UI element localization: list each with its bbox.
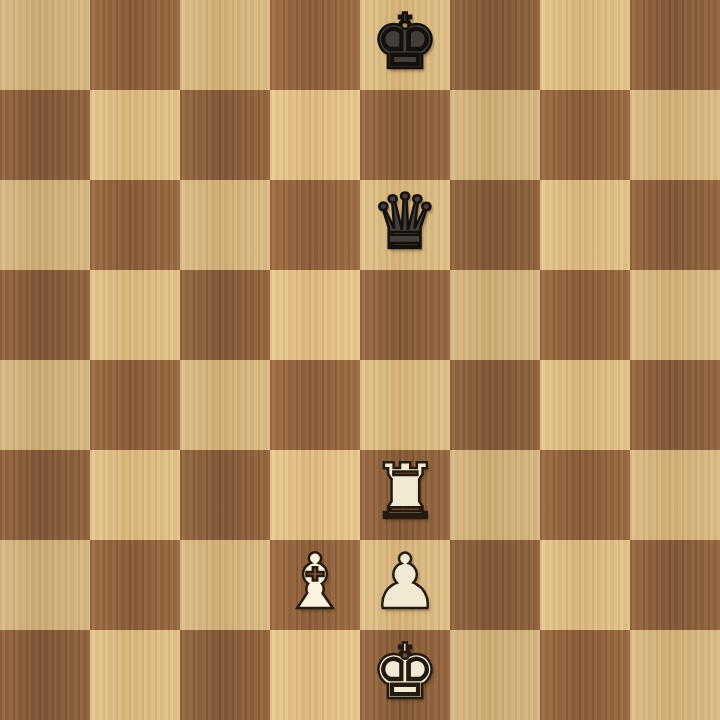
square-c8[interactable] <box>180 0 270 90</box>
square-f5[interactable] <box>450 270 540 360</box>
square-c2[interactable] <box>180 540 270 630</box>
square-g2[interactable] <box>540 540 630 630</box>
chess-board: ♚♛♜♝♟♚ <box>0 0 720 720</box>
square-g8[interactable] <box>540 0 630 90</box>
square-h1[interactable] <box>630 630 720 720</box>
square-b1[interactable] <box>90 630 180 720</box>
square-f2[interactable] <box>450 540 540 630</box>
square-d7[interactable] <box>270 90 360 180</box>
square-a8[interactable] <box>0 0 90 90</box>
square-d4[interactable] <box>270 360 360 450</box>
square-f6[interactable] <box>450 180 540 270</box>
square-c4[interactable] <box>180 360 270 450</box>
square-b4[interactable] <box>90 360 180 450</box>
square-a3[interactable] <box>0 450 90 540</box>
square-b5[interactable] <box>90 270 180 360</box>
square-d2[interactable]: ♝ <box>270 540 360 630</box>
black-queen[interactable]: ♛ <box>371 180 439 267</box>
square-e2[interactable]: ♟ <box>360 540 450 630</box>
square-g5[interactable] <box>540 270 630 360</box>
square-h6[interactable] <box>630 180 720 270</box>
square-e8[interactable]: ♚ <box>360 0 450 90</box>
square-b6[interactable] <box>90 180 180 270</box>
square-h4[interactable] <box>630 360 720 450</box>
white-pawn[interactable]: ♟ <box>371 540 439 627</box>
square-a4[interactable] <box>0 360 90 450</box>
square-d5[interactable] <box>270 270 360 360</box>
white-bishop[interactable]: ♝ <box>281 540 349 627</box>
square-e6[interactable]: ♛ <box>360 180 450 270</box>
square-a5[interactable] <box>0 270 90 360</box>
square-f1[interactable] <box>450 630 540 720</box>
square-b3[interactable] <box>90 450 180 540</box>
square-c5[interactable] <box>180 270 270 360</box>
square-a1[interactable] <box>0 630 90 720</box>
square-c6[interactable] <box>180 180 270 270</box>
white-king[interactable]: ♚ <box>371 630 439 717</box>
square-c7[interactable] <box>180 90 270 180</box>
square-a2[interactable] <box>0 540 90 630</box>
square-e7[interactable] <box>360 90 450 180</box>
square-b2[interactable] <box>90 540 180 630</box>
square-e4[interactable] <box>360 360 450 450</box>
square-c3[interactable] <box>180 450 270 540</box>
square-d8[interactable] <box>270 0 360 90</box>
square-b8[interactable] <box>90 0 180 90</box>
square-a6[interactable] <box>0 180 90 270</box>
square-h3[interactable] <box>630 450 720 540</box>
square-g7[interactable] <box>540 90 630 180</box>
square-h8[interactable] <box>630 0 720 90</box>
square-g4[interactable] <box>540 360 630 450</box>
square-e1[interactable]: ♚ <box>360 630 450 720</box>
square-g6[interactable] <box>540 180 630 270</box>
square-f3[interactable] <box>450 450 540 540</box>
black-king[interactable]: ♚ <box>371 0 439 87</box>
white-rook[interactable]: ♜ <box>371 450 439 537</box>
square-f8[interactable] <box>450 0 540 90</box>
square-e5[interactable] <box>360 270 450 360</box>
square-e3[interactable]: ♜ <box>360 450 450 540</box>
square-h7[interactable] <box>630 90 720 180</box>
square-c1[interactable] <box>180 630 270 720</box>
square-d6[interactable] <box>270 180 360 270</box>
square-g1[interactable] <box>540 630 630 720</box>
square-b7[interactable] <box>90 90 180 180</box>
square-a7[interactable] <box>0 90 90 180</box>
square-f7[interactable] <box>450 90 540 180</box>
square-g3[interactable] <box>540 450 630 540</box>
square-h5[interactable] <box>630 270 720 360</box>
square-d1[interactable] <box>270 630 360 720</box>
square-f4[interactable] <box>450 360 540 450</box>
square-h2[interactable] <box>630 540 720 630</box>
square-d3[interactable] <box>270 450 360 540</box>
